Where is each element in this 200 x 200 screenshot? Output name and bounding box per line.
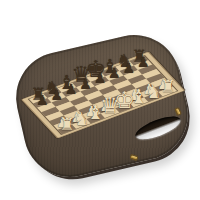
piece-white-knight[interactable]: ♞ (146, 90, 160, 104)
piece-glyph: ♜ (59, 116, 74, 133)
piece-glyph: ♟ (50, 88, 63, 102)
piece-black-pawn[interactable]: ♟ (50, 91, 64, 105)
piece-glyph: ♝ (87, 103, 104, 122)
piece-glyph: ♟ (94, 71, 107, 85)
piece-white-queen[interactable]: ♛ (103, 106, 117, 120)
piece-glyph: ♟ (122, 60, 135, 74)
piece-black-pawn[interactable]: ♟ (122, 63, 136, 77)
piece-black-pawn[interactable]: ♟ (79, 80, 93, 94)
piece-black-pawn[interactable]: ♟ (64, 85, 78, 99)
piece-glyph: ♟ (36, 93, 49, 107)
piece-glyph: ♞ (145, 83, 161, 101)
piece-glyph: ♟ (65, 82, 78, 96)
piece-black-pawn[interactable]: ♟ (93, 74, 107, 88)
piece-black-pawn[interactable]: ♟ (107, 69, 121, 83)
piece-glyph: ♞ (73, 110, 89, 128)
piece-black-pawn[interactable]: ♟ (35, 96, 49, 110)
chess-set-photo: ♜♞♝♛♚♝♞♜♟♟♟♟♟♟♟♟♟♟♟♟♟♟♟♟♜♞♝♛♚♝♞♜ (0, 0, 200, 200)
piece-black-pawn[interactable]: ♟ (136, 58, 150, 72)
piece-glyph: ♟ (108, 66, 121, 80)
piece-white-rook[interactable]: ♜ (161, 84, 175, 98)
piece-glyph: ♟ (79, 77, 92, 91)
piece-glyph: ♜ (160, 78, 175, 95)
piece-white-knight[interactable]: ♞ (74, 117, 88, 131)
piece-glyph: ♟ (137, 55, 150, 69)
piece-white-bishop[interactable]: ♝ (89, 111, 103, 125)
piece-white-rook[interactable]: ♜ (60, 122, 74, 136)
